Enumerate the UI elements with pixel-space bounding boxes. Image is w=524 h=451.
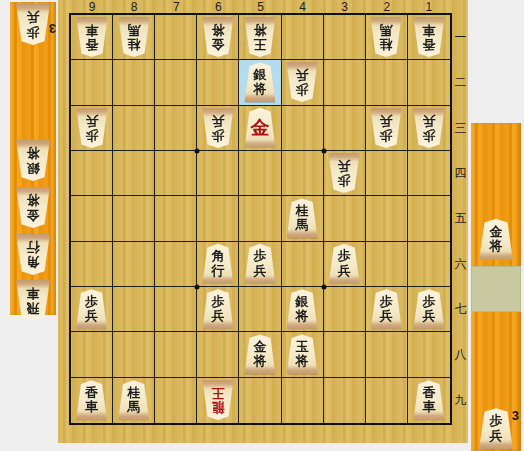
piece-kanji: 金 (253, 340, 266, 355)
gote-hand-gote-piece[interactable]: 飛車 (15, 280, 51, 321)
square-5b[interactable]: 銀将 (239, 60, 281, 105)
rank-label-9: 九 (453, 378, 468, 423)
file-label-2: 2 (366, 0, 408, 14)
square-4g[interactable]: 銀将 (282, 287, 324, 332)
piece-kanji: 角 (27, 254, 40, 269)
piece-kanji: 兵 (85, 113, 98, 128)
square-9g-sente-piece[interactable]: 歩兵 (75, 289, 108, 329)
piece-kanji: 将 (253, 354, 266, 369)
piece-kanji: 将 (211, 23, 224, 38)
piece-kanji: 歩 (422, 295, 435, 310)
square-5h-sente-piece[interactable]: 金将 (243, 334, 276, 374)
sente-hand-count: 3 (512, 408, 519, 423)
square-9c[interactable]: 歩兵 (71, 106, 113, 151)
piece-kanji: 兵 (380, 113, 393, 128)
square-4h-sente-piece[interactable]: 玉将 (286, 334, 319, 374)
piece-kanji: 将 (296, 354, 309, 369)
square-3g[interactable] (324, 287, 366, 332)
piece-kanji: 歩 (211, 295, 224, 310)
piece-kanji: 兵 (422, 309, 435, 324)
gote-hand-slot-6[interactable]: 飛車 (10, 280, 56, 325)
square-7g[interactable] (155, 287, 197, 332)
piece-kanji: 将 (27, 146, 40, 161)
piece-kanji: 行 (27, 240, 40, 255)
square-7c[interactable] (155, 106, 197, 151)
piece-kanji: 歩 (211, 128, 224, 143)
square-9e[interactable] (71, 196, 113, 241)
piece-kanji: 兵 (422, 113, 435, 128)
square-2c[interactable]: 歩兵 (366, 106, 408, 151)
piece-kanji: 馬 (127, 400, 140, 415)
rank-label-7: 七 (453, 287, 468, 332)
shogi-board: 987654321 一二三四五六七八九 香車桂馬金将王将桂馬香車銀将歩兵歩兵歩兵… (58, 0, 468, 443)
square-4b-gote-piece[interactable]: 歩兵 (286, 62, 319, 102)
square-2d[interactable] (366, 151, 408, 196)
file-label-6: 6 (197, 0, 239, 14)
square-9d[interactable] (71, 151, 113, 196)
piece-kanji: 歩 (380, 128, 393, 143)
piece-kanji: 兵 (85, 309, 98, 324)
square-2f[interactable] (366, 242, 408, 287)
square-4e-sente-piece[interactable]: 桂馬 (286, 198, 319, 238)
square-7d[interactable] (155, 151, 197, 196)
rank-labels: 一二三四五六七八九 (453, 15, 468, 423)
square-9i-sente-piece[interactable]: 香車 (75, 380, 108, 420)
square-1d[interactable] (408, 151, 450, 196)
square-1g[interactable]: 歩兵 (408, 287, 450, 332)
piece-kanji: 車 (422, 23, 435, 38)
piece-kanji: 兵 (27, 10, 40, 25)
piece-kanji: 車 (422, 400, 435, 415)
square-7b[interactable] (155, 60, 197, 105)
square-9f[interactable] (71, 242, 113, 287)
square-1c-gote-piece[interactable]: 歩兵 (412, 108, 445, 148)
piece-kanji: 金 (27, 207, 40, 222)
square-1b[interactable] (408, 60, 450, 105)
square-1a-gote-piece[interactable]: 香車 (412, 17, 445, 57)
square-8f[interactable] (113, 242, 155, 287)
gote-hand-gote-piece[interactable]: 角行 (15, 234, 51, 275)
square-5a[interactable]: 王将 (239, 15, 281, 60)
square-8g[interactable] (113, 287, 155, 332)
square-5h[interactable]: 金将 (239, 332, 281, 377)
piece-kanji: 兵 (380, 309, 393, 324)
gote-hand-gote-piece[interactable]: 金将 (15, 187, 51, 228)
square-3c[interactable] (324, 106, 366, 151)
sente-hand-slot-3[interactable] (471, 266, 521, 313)
square-6d[interactable] (197, 151, 239, 196)
rank-label-5: 五 (453, 196, 468, 241)
square-7i[interactable] (155, 378, 197, 423)
piece-kanji: 将 (253, 82, 266, 97)
square-7e[interactable] (155, 196, 197, 241)
square-6i[interactable]: 龍王 (197, 378, 239, 423)
square-5a-gote-piece[interactable]: 王将 (243, 17, 276, 57)
square-1g-sente-piece[interactable]: 歩兵 (412, 289, 445, 329)
piece-kanji: 馬 (296, 218, 309, 233)
file-label-5: 5 (239, 0, 281, 14)
square-2g[interactable]: 歩兵 (366, 287, 408, 332)
sente-hand-slot-0 (471, 123, 521, 170)
piece-kanji: 車 (85, 400, 98, 415)
file-label-1: 1 (408, 0, 450, 14)
gote-hand-gote-piece[interactable]: 銀将 (15, 140, 51, 181)
piece-kanji: 兵 (338, 264, 351, 279)
piece-kanji: 歩 (85, 295, 98, 310)
square-8i-sente-piece[interactable]: 桂馬 (117, 380, 150, 420)
piece-kanji: 歩 (422, 128, 435, 143)
piece-kanji: 兵 (338, 159, 351, 174)
square-4a[interactable] (282, 15, 324, 60)
piece-kanji: 玉 (296, 340, 309, 355)
piece-kanji: 金 (211, 37, 224, 52)
sente-hand-sente-piece[interactable]: 金将 (478, 219, 514, 260)
square-6c[interactable]: 歩兵 (197, 106, 239, 151)
square-3d-gote-piece[interactable]: 歩兵 (328, 153, 361, 193)
square-4i[interactable] (282, 378, 324, 423)
piece-kanji: 桂 (296, 204, 309, 219)
square-8h[interactable] (113, 332, 155, 377)
square-6i-gote-piece[interactable]: 龍王 (201, 380, 234, 420)
piece-kanji: 行 (211, 264, 224, 279)
rank-label-6: 六 (453, 242, 468, 287)
square-5i[interactable] (239, 378, 281, 423)
piece-kanji: 歩 (27, 25, 40, 40)
sente-hand-slot-2[interactable]: 金将 (471, 219, 521, 266)
star-point-2 (321, 149, 326, 154)
piece-kanji: 歩 (380, 295, 393, 310)
piece-kanji: 王 (253, 37, 266, 52)
square-8a[interactable]: 桂馬 (113, 15, 155, 60)
piece-kanji: 香 (422, 37, 435, 52)
square-6e[interactable] (197, 196, 239, 241)
piece-kanji: 金 (250, 117, 269, 139)
gote-hand-slot-5[interactable]: 角行 (10, 234, 56, 279)
gote-hand-slot-4[interactable]: 金将 (10, 187, 56, 232)
square-7a[interactable] (155, 15, 197, 60)
piece-kanji: 将 (253, 23, 266, 38)
rank-label-8: 八 (453, 332, 468, 377)
piece-kanji: 金 (490, 225, 503, 240)
square-4e[interactable]: 桂馬 (282, 196, 324, 241)
board-grid: 香車桂馬金将王将桂馬香車銀将歩兵歩兵歩兵金歩兵歩兵歩兵桂馬角行歩兵歩兵歩兵歩兵銀… (69, 13, 452, 425)
piece-kanji: 歩 (253, 249, 266, 264)
square-4b[interactable]: 歩兵 (282, 60, 324, 105)
square-8e[interactable] (113, 196, 155, 241)
star-point-4 (321, 285, 326, 290)
file-label-3: 3 (324, 0, 366, 14)
star-point-1 (195, 149, 200, 154)
gote-hand-slot-1 (10, 49, 56, 94)
gote-hand-slot-2 (10, 93, 56, 138)
square-2e[interactable] (366, 196, 408, 241)
piece-kanji: 兵 (211, 113, 224, 128)
sente-hand-slot-1 (471, 170, 521, 217)
piece-kanji: 香 (85, 386, 98, 401)
piece-kanji: 将 (27, 193, 40, 208)
piece-kanji: 飛 (27, 301, 40, 316)
piece-kanji: 歩 (85, 128, 98, 143)
square-4h[interactable]: 玉将 (282, 332, 324, 377)
file-labels: 987654321 (71, 0, 450, 14)
piece-kanji: 桂 (380, 37, 393, 52)
square-9a[interactable]: 香車 (71, 15, 113, 60)
piece-kanji: 兵 (296, 68, 309, 83)
square-9b[interactable] (71, 60, 113, 105)
file-label-9: 9 (71, 0, 113, 14)
piece-kanji: 馬 (380, 23, 393, 38)
sente-hand-slot-6[interactable]: 歩兵3 (471, 408, 521, 451)
square-3f-sente-piece[interactable]: 歩兵 (328, 244, 361, 284)
square-6h[interactable] (197, 332, 239, 377)
sente-hand-slot-4 (471, 312, 521, 359)
square-9h[interactable] (71, 332, 113, 377)
piece-kanji: 桂 (127, 37, 140, 52)
piece-kanji: 銀 (27, 161, 40, 176)
gote-hand-slot-0[interactable]: 歩兵3 (10, 4, 56, 49)
square-8c[interactable] (113, 106, 155, 151)
sente-hand-sente-piece[interactable]: 歩兵 (478, 408, 514, 449)
gote-hand-count: 3 (49, 21, 56, 36)
piece-kanji: 歩 (338, 173, 351, 188)
square-6b[interactable] (197, 60, 239, 105)
square-7h[interactable] (155, 332, 197, 377)
square-9a-gote-piece[interactable]: 香車 (75, 17, 108, 57)
square-2b[interactable] (366, 60, 408, 105)
square-6c-gote-piece[interactable]: 歩兵 (201, 108, 234, 148)
square-1h[interactable] (408, 332, 450, 377)
square-1f[interactable] (408, 242, 450, 287)
square-5f[interactable]: 歩兵 (239, 242, 281, 287)
rank-label-2: 二 (453, 60, 468, 105)
square-3e[interactable] (324, 196, 366, 241)
piece-kanji: 歩 (296, 82, 309, 97)
file-label-7: 7 (155, 0, 197, 14)
piece-kanji: 香 (85, 37, 98, 52)
square-5g[interactable] (239, 287, 281, 332)
square-6g[interactable]: 歩兵 (197, 287, 239, 332)
square-6f-sente-piece[interactable]: 角行 (201, 244, 234, 284)
sente-captured-tray: 金将歩兵3 (471, 123, 521, 451)
square-4g-sente-piece[interactable]: 銀将 (286, 289, 319, 329)
file-label-8: 8 (113, 0, 155, 14)
square-6a[interactable]: 金将 (197, 15, 239, 60)
square-4f[interactable] (282, 242, 324, 287)
square-6f[interactable]: 角行 (197, 242, 239, 287)
square-5c[interactable]: 金 (239, 106, 281, 151)
square-6a-gote-piece[interactable]: 金将 (201, 17, 234, 57)
square-7f[interactable] (155, 242, 197, 287)
piece-kanji: 将 (296, 309, 309, 324)
piece-kanji: 歩 (490, 414, 503, 429)
square-8i[interactable]: 桂馬 (113, 378, 155, 423)
piece-kanji: 銀 (296, 295, 309, 310)
square-1e[interactable] (408, 196, 450, 241)
square-3b[interactable] (324, 60, 366, 105)
square-8d[interactable] (113, 151, 155, 196)
piece-kanji: 馬 (127, 23, 140, 38)
square-4c[interactable] (282, 106, 324, 151)
square-8a-gote-piece[interactable]: 桂馬 (117, 17, 150, 57)
square-3h[interactable] (324, 332, 366, 377)
square-4d[interactable] (282, 151, 324, 196)
sente-hand-slot-5 (471, 359, 521, 406)
piece-kanji: 車 (27, 286, 40, 301)
piece-kanji: 桂 (127, 386, 140, 401)
square-3a[interactable] (324, 15, 366, 60)
square-5f-sente-piece[interactable]: 歩兵 (243, 244, 276, 284)
piece-kanji: 兵 (490, 429, 503, 444)
gote-hand-slot-3[interactable]: 銀将 (10, 140, 56, 185)
rank-label-3: 三 (453, 106, 468, 151)
square-6g-sente-piece[interactable]: 歩兵 (201, 289, 234, 329)
square-2g-sente-piece[interactable]: 歩兵 (370, 289, 403, 329)
star-point-3 (195, 285, 200, 290)
square-1a[interactable]: 香車 (408, 15, 450, 60)
gote-captured-tray: 歩兵3銀将金将角行飛車 (10, 2, 56, 315)
piece-kanji: 車 (85, 23, 98, 38)
file-label-4: 4 (282, 0, 324, 14)
piece-kanji: 角 (211, 249, 224, 264)
rank-label-1: 一 (453, 15, 468, 60)
square-5b-sente-piece[interactable]: 銀将 (243, 62, 276, 102)
square-3i[interactable] (324, 378, 366, 423)
piece-kanji: 歩 (338, 249, 351, 264)
piece-kanji: 龍 (211, 400, 224, 415)
square-2h[interactable] (366, 332, 408, 377)
square-3f[interactable]: 歩兵 (324, 242, 366, 287)
square-5d[interactable] (239, 151, 281, 196)
square-2c-gote-piece[interactable]: 歩兵 (370, 108, 403, 148)
square-9g[interactable]: 歩兵 (71, 287, 113, 332)
square-3d[interactable]: 歩兵 (324, 151, 366, 196)
square-2a[interactable]: 桂馬 (366, 15, 408, 60)
piece-kanji: 兵 (211, 309, 224, 324)
piece-kanji: 銀 (253, 68, 266, 83)
square-9i[interactable]: 香車 (71, 378, 113, 423)
square-2a-gote-piece[interactable]: 桂馬 (370, 17, 403, 57)
square-5e[interactable] (239, 196, 281, 241)
square-2i[interactable] (366, 378, 408, 423)
square-1i-sente-piece[interactable]: 香車 (412, 380, 445, 420)
square-8b[interactable] (113, 60, 155, 105)
piece-kanji: 王 (211, 386, 224, 401)
square-5c-sente-piece[interactable]: 金 (243, 108, 276, 148)
piece-kanji: 兵 (253, 264, 266, 279)
piece-kanji: 将 (490, 239, 503, 254)
square-9c-gote-piece[interactable]: 歩兵 (75, 108, 108, 148)
square-1i[interactable]: 香車 (408, 378, 450, 423)
piece-kanji: 香 (422, 386, 435, 401)
rank-label-4: 四 (453, 151, 468, 196)
square-1c[interactable]: 歩兵 (408, 106, 450, 151)
gote-hand-gote-piece[interactable]: 歩兵 (15, 4, 51, 45)
